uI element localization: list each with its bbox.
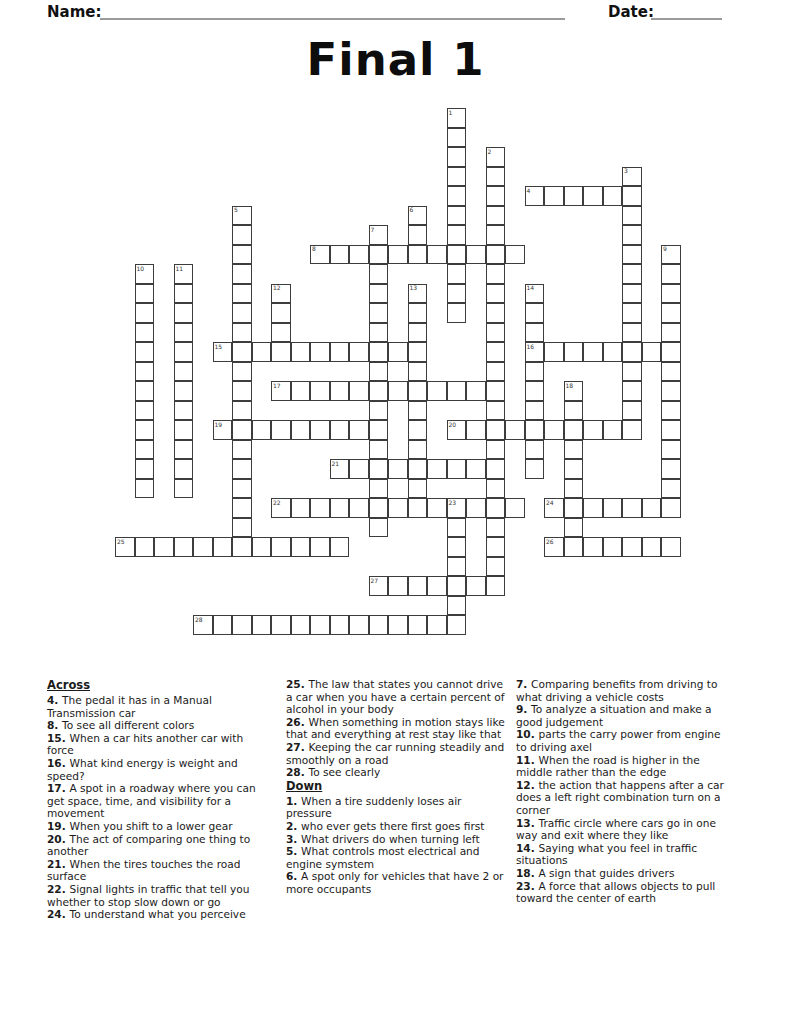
grid-cell-number: 24 — [546, 500, 554, 506]
grid-cell[interactable] — [486, 459, 506, 479]
grid-cell[interactable] — [466, 381, 486, 401]
across-header: Across — [47, 678, 267, 692]
grid-cell[interactable] — [369, 362, 389, 382]
grid-cell-number: 1 — [449, 110, 453, 116]
grid-cell[interactable] — [252, 420, 272, 440]
grid-cell[interactable] — [642, 537, 662, 557]
grid-cell[interactable] — [232, 440, 252, 460]
grid-cell[interactable] — [427, 576, 447, 596]
grid-cell[interactable] — [252, 615, 272, 635]
grid-cell[interactable] — [544, 186, 564, 206]
grid-cell[interactable] — [564, 342, 584, 362]
grid-cell[interactable] — [525, 362, 545, 382]
grid-cell[interactable] — [603, 186, 623, 206]
grid-cell[interactable] — [369, 615, 389, 635]
grid-cell[interactable] — [388, 498, 408, 518]
grid-cell[interactable] — [291, 498, 311, 518]
clue-15-across: 15. When a car hits another car with for… — [47, 732, 267, 757]
grid-cell[interactable] — [330, 537, 350, 557]
grid-cell[interactable] — [369, 518, 389, 538]
grid-cell[interactable] — [388, 342, 408, 362]
grid-cell[interactable] — [408, 303, 428, 323]
grid-cell[interactable] — [232, 323, 252, 343]
grid-cell[interactable] — [622, 186, 642, 206]
grid-cell[interactable] — [486, 225, 506, 245]
grid-cell[interactable] — [544, 420, 564, 440]
grid-cell[interactable] — [232, 615, 252, 635]
grid-cell[interactable] — [486, 518, 506, 538]
clue-24-across: 24. To understand what you perceive — [47, 908, 267, 921]
grid-cell[interactable] — [447, 225, 467, 245]
grid-cell[interactable] — [174, 303, 194, 323]
grid-cell[interactable] — [486, 303, 506, 323]
grid-cell[interactable] — [135, 479, 155, 499]
grid-cell[interactable] — [408, 420, 428, 440]
grid-cell[interactable] — [213, 615, 233, 635]
grid-cell[interactable] — [408, 479, 428, 499]
grid-cell[interactable] — [369, 440, 389, 460]
clue-number: 21. — [47, 858, 69, 870]
grid-cell[interactable] — [486, 479, 506, 499]
grid-cell[interactable] — [291, 342, 311, 362]
grid-cell[interactable] — [622, 264, 642, 284]
grid-cell-number: 18 — [566, 383, 574, 389]
grid-cell[interactable] — [622, 323, 642, 343]
grid-cell[interactable] — [408, 342, 428, 362]
grid-cell[interactable] — [271, 420, 291, 440]
grid-cell[interactable] — [408, 323, 428, 343]
grid-cell[interactable] — [330, 342, 350, 362]
clue-1-down: 1. When a tire suddenly loses air pressu… — [286, 795, 508, 820]
grid-cell[interactable] — [232, 401, 252, 421]
grid-cell-number: 4 — [527, 188, 531, 194]
grid-cell[interactable] — [486, 186, 506, 206]
grid-cell-number: 19 — [215, 422, 223, 428]
grid-cell-number: 11 — [176, 266, 184, 272]
clue-number: 11. — [516, 754, 538, 766]
grid-cell[interactable] — [213, 537, 233, 557]
grid-cell[interactable] — [232, 498, 252, 518]
grid-cell[interactable] — [369, 381, 389, 401]
grid-cell[interactable] — [369, 420, 389, 440]
grid-cell[interactable] — [564, 498, 584, 518]
grid-cell[interactable] — [427, 615, 447, 635]
clue-3-down: 3. What drivers do when turning left — [286, 833, 508, 846]
grid-cell[interactable] — [330, 420, 350, 440]
clue-number: 16. — [47, 757, 69, 769]
grid-cell[interactable] — [369, 245, 389, 265]
grid-cell[interactable] — [427, 459, 447, 479]
grid-cell[interactable] — [388, 459, 408, 479]
grid-cell[interactable] — [486, 284, 506, 304]
grid-cell[interactable] — [661, 537, 681, 557]
grid-cell[interactable] — [408, 459, 428, 479]
grid-cell[interactable] — [174, 284, 194, 304]
grid-cell[interactable] — [174, 459, 194, 479]
grid-cell[interactable] — [486, 537, 506, 557]
grid-cell-number: 14 — [527, 285, 535, 291]
clue-number: 25. — [286, 678, 308, 690]
grid-cell[interactable] — [349, 342, 369, 362]
grid-cell[interactable] — [369, 459, 389, 479]
grid-cell[interactable] — [622, 206, 642, 226]
grid-cell[interactable] — [661, 284, 681, 304]
grid-cell[interactable] — [661, 459, 681, 479]
grid-cell[interactable] — [408, 576, 428, 596]
grid-cell[interactable] — [661, 440, 681, 460]
grid-cell[interactable] — [135, 401, 155, 421]
grid-cell[interactable] — [310, 381, 330, 401]
grid-cell[interactable] — [447, 537, 467, 557]
clue-number: 27. — [286, 741, 308, 753]
grid-cell[interactable] — [505, 420, 525, 440]
grid-cell[interactable] — [642, 498, 662, 518]
grid-cell[interactable] — [174, 342, 194, 362]
clue-14-down: 14. Saying what you feel in traffic situ… — [516, 842, 734, 867]
grid-cell[interactable] — [291, 537, 311, 557]
grid-cell[interactable] — [447, 518, 467, 538]
grid-cell-number: 12 — [273, 285, 281, 291]
clue-22-across: 22. Signal lights in traffic that tell y… — [47, 883, 267, 908]
grid-cell[interactable] — [135, 440, 155, 460]
grid-cell[interactable] — [661, 264, 681, 284]
grid-cell[interactable] — [408, 245, 428, 265]
grid-cell[interactable] — [583, 342, 603, 362]
grid-cell[interactable] — [427, 381, 447, 401]
clue-11-down: 11. When the road is higher in the middl… — [516, 754, 734, 779]
grid-cell[interactable] — [466, 245, 486, 265]
grid-cell[interactable] — [622, 362, 642, 382]
clue-23-down: 23. A force that allows objects to pull … — [516, 880, 734, 905]
grid-cell[interactable] — [447, 128, 467, 148]
grid-cell[interactable] — [447, 186, 467, 206]
grid-cell[interactable] — [330, 245, 350, 265]
grid-cell[interactable] — [466, 420, 486, 440]
grid-cell[interactable] — [622, 225, 642, 245]
grid-cell[interactable] — [174, 440, 194, 460]
grid-cell[interactable] — [564, 420, 584, 440]
grid-cell[interactable] — [622, 537, 642, 557]
grid-cell-number: 5 — [234, 207, 238, 213]
grid-cell[interactable] — [661, 362, 681, 382]
grid-cell[interactable] — [525, 303, 545, 323]
grid-cell[interactable] — [349, 381, 369, 401]
grid-cell[interactable] — [525, 420, 545, 440]
grid-cell[interactable] — [330, 498, 350, 518]
grid-cell[interactable] — [349, 245, 369, 265]
grid-cell[interactable] — [135, 323, 155, 343]
clue-28-across: 28. To see clearly — [286, 766, 508, 779]
grid-cell-number: 26 — [546, 539, 554, 545]
grid-cell[interactable] — [232, 518, 252, 538]
grid-cell[interactable] — [486, 362, 506, 382]
grid-cell[interactable] — [135, 284, 155, 304]
grid-cell[interactable] — [310, 420, 330, 440]
grid-cell[interactable] — [622, 303, 642, 323]
grid-cell[interactable] — [232, 342, 252, 362]
grid-cell[interactable] — [369, 323, 389, 343]
grid-cell[interactable] — [525, 381, 545, 401]
grid-cell[interactable] — [408, 401, 428, 421]
grid-cell[interactable] — [174, 401, 194, 421]
clue-number: 6. — [286, 870, 301, 882]
grid-cell[interactable] — [408, 440, 428, 460]
grid-cell[interactable] — [291, 420, 311, 440]
grid-cell[interactable] — [447, 303, 467, 323]
grid-cell[interactable] — [525, 440, 545, 460]
grid-cell[interactable] — [661, 303, 681, 323]
grid-cell[interactable] — [154, 537, 174, 557]
clue-19-across: 19. When you shift to a lower gear — [47, 820, 267, 833]
grid-cell[interactable] — [583, 186, 603, 206]
grid-cell[interactable] — [232, 420, 252, 440]
grid-cell-number: 3 — [624, 168, 628, 174]
grid-cell[interactable] — [447, 147, 467, 167]
grid-cell-number: 25 — [117, 539, 125, 545]
grid-cell[interactable] — [661, 420, 681, 440]
grid-cell[interactable] — [486, 264, 506, 284]
grid-cell[interactable] — [135, 303, 155, 323]
grid-cell[interactable] — [486, 401, 506, 421]
down-header: Down — [286, 779, 508, 793]
grid-cell[interactable] — [622, 420, 642, 440]
grid-cell[interactable] — [447, 284, 467, 304]
grid-cell-number: 2 — [488, 149, 492, 155]
grid-cell[interactable] — [622, 498, 642, 518]
grid-cell[interactable] — [369, 479, 389, 499]
grid-cell[interactable] — [544, 342, 564, 362]
grid-cell[interactable] — [447, 264, 467, 284]
grid-cell[interactable] — [388, 576, 408, 596]
grid-cell[interactable] — [622, 342, 642, 362]
grid-cell[interactable] — [447, 206, 467, 226]
clue-number: 7. — [516, 678, 531, 690]
grid-cell[interactable] — [330, 615, 350, 635]
grid-cell[interactable] — [427, 245, 447, 265]
grid-cell[interactable] — [564, 186, 584, 206]
grid-cell[interactable] — [486, 245, 506, 265]
grid-cell[interactable] — [369, 303, 389, 323]
clue-number: 14. — [516, 842, 538, 854]
grid-cell[interactable] — [447, 615, 467, 635]
grid-cell[interactable] — [622, 245, 642, 265]
clue-16-across: 16. What kind energy is weight and speed… — [47, 757, 267, 782]
grid-cell[interactable] — [388, 381, 408, 401]
grid-cell[interactable] — [349, 459, 369, 479]
grid-cell[interactable] — [252, 537, 272, 557]
grid-cell[interactable] — [330, 381, 350, 401]
grid-cell[interactable] — [466, 459, 486, 479]
grid-cell[interactable] — [232, 225, 252, 245]
grid-cell[interactable] — [661, 401, 681, 421]
grid-cell[interactable] — [583, 498, 603, 518]
grid-cell[interactable] — [271, 342, 291, 362]
grid-cell[interactable] — [135, 362, 155, 382]
grid-cell[interactable] — [661, 479, 681, 499]
grid-cell[interactable] — [486, 167, 506, 187]
grid-cell-number: 7 — [371, 227, 375, 233]
grid-cell[interactable] — [388, 245, 408, 265]
grid-cell[interactable] — [486, 440, 506, 460]
grid-cell[interactable] — [525, 401, 545, 421]
grid-cell[interactable] — [408, 615, 428, 635]
clue-number: 26. — [286, 716, 308, 728]
grid-cell[interactable] — [466, 498, 486, 518]
grid-cell[interactable] — [486, 381, 506, 401]
grid-cell[interactable] — [232, 245, 252, 265]
grid-cell[interactable] — [369, 498, 389, 518]
grid-cell[interactable] — [271, 537, 291, 557]
name-line[interactable] — [100, 2, 565, 20]
grid-cell[interactable] — [447, 557, 467, 577]
grid-cell[interactable] — [583, 420, 603, 440]
grid-cell[interactable] — [369, 264, 389, 284]
grid-cell[interactable] — [564, 537, 584, 557]
clue-number: 22. — [47, 883, 69, 895]
clue-number: 12. — [516, 779, 538, 791]
grid-cell-number: 15 — [215, 344, 223, 350]
grid-cell[interactable] — [408, 362, 428, 382]
grid-cell-number: 8 — [312, 246, 316, 252]
grid-cell[interactable] — [525, 323, 545, 343]
clue-number: 1. — [286, 795, 301, 807]
grid-cell[interactable] — [271, 303, 291, 323]
grid-cell[interactable] — [505, 498, 525, 518]
clue-number: 20. — [47, 833, 69, 845]
grid-cell[interactable] — [622, 401, 642, 421]
grid-cell[interactable] — [135, 537, 155, 557]
grid-cell[interactable] — [661, 323, 681, 343]
grid-cell[interactable] — [486, 420, 506, 440]
grid-cell[interactable] — [174, 362, 194, 382]
grid-cell[interactable] — [135, 459, 155, 479]
grid-cell[interactable] — [408, 381, 428, 401]
grid-cell[interactable] — [564, 518, 584, 538]
grid-cell[interactable] — [193, 537, 213, 557]
grid-cell[interactable] — [447, 245, 467, 265]
grid-cell[interactable] — [466, 576, 486, 596]
grid-cell[interactable] — [486, 557, 506, 577]
grid-cell[interactable] — [447, 576, 467, 596]
grid-cell[interactable] — [661, 342, 681, 362]
grid-cell[interactable] — [135, 381, 155, 401]
clue-13-down: 13. Traffic circle where cars go in one … — [516, 817, 734, 842]
grid-cell[interactable] — [135, 342, 155, 362]
grid-cell[interactable] — [447, 381, 467, 401]
grid-cell[interactable] — [642, 342, 662, 362]
grid-cell[interactable] — [486, 342, 506, 362]
grid-cell[interactable] — [174, 537, 194, 557]
grid-cell[interactable] — [232, 537, 252, 557]
clue-4-across: 4. The pedal it has in a Manual Transmis… — [47, 694, 267, 719]
grid-cell[interactable] — [174, 381, 194, 401]
grid-cell[interactable] — [232, 479, 252, 499]
grid-cell[interactable] — [564, 440, 584, 460]
grid-cell-number: 13 — [410, 285, 418, 291]
grid-cell[interactable] — [661, 498, 681, 518]
grid-cell[interactable] — [486, 498, 506, 518]
grid-cell[interactable] — [349, 498, 369, 518]
clue-9-down: 9. To analyze a situation and make a goo… — [516, 703, 734, 728]
grid-cell-number: 22 — [273, 500, 281, 506]
grid-cell[interactable] — [232, 284, 252, 304]
grid-cell[interactable] — [232, 362, 252, 382]
clue-number: 5. — [286, 845, 301, 857]
grid-cell[interactable] — [232, 303, 252, 323]
grid-cell[interactable] — [349, 615, 369, 635]
clue-column-1: Across4. The pedal it has in a Manual Tr… — [47, 678, 267, 921]
grid-cell[interactable] — [174, 479, 194, 499]
grid-cell[interactable] — [603, 342, 623, 362]
grid-cell[interactable] — [505, 245, 525, 265]
grid-cell[interactable] — [583, 537, 603, 557]
clue-7-down: 7. Comparing benefits from driving to wh… — [516, 678, 734, 703]
clue-number: 3. — [286, 833, 301, 845]
grid-cell-number: 10 — [137, 266, 145, 272]
grid-cell[interactable] — [622, 284, 642, 304]
page-title: Final 1 — [0, 33, 791, 86]
grid-cell[interactable] — [388, 615, 408, 635]
grid-cell[interactable] — [271, 323, 291, 343]
grid-cell[interactable] — [369, 342, 389, 362]
grid-cell[interactable] — [447, 167, 467, 187]
grid-cell[interactable] — [369, 401, 389, 421]
grid-cell[interactable] — [622, 381, 642, 401]
clue-column-2: 25. The law that states you cannot drive… — [286, 678, 508, 896]
grid-cell[interactable] — [310, 342, 330, 362]
grid-cell[interactable] — [369, 284, 389, 304]
grid-cell[interactable] — [564, 401, 584, 421]
grid-cell[interactable] — [310, 498, 330, 518]
grid-cell-number: 6 — [410, 207, 414, 213]
clue-number: 17. — [47, 782, 69, 794]
clue-20-across: 20. The act of comparing one thing to an… — [47, 833, 267, 858]
clue-8-across: 8. To see all different colors — [47, 719, 267, 732]
grid-cell[interactable] — [291, 615, 311, 635]
date-label: Date: — [608, 3, 654, 21]
grid-cell[interactable] — [408, 225, 428, 245]
grid-cell[interactable] — [603, 498, 623, 518]
date-line[interactable] — [651, 2, 722, 20]
grid-cell[interactable] — [427, 498, 447, 518]
grid-cell[interactable] — [603, 420, 623, 440]
grid-cell[interactable] — [252, 342, 272, 362]
grid-cell[interactable] — [525, 459, 545, 479]
grid-cell[interactable] — [486, 323, 506, 343]
grid-cell[interactable] — [447, 596, 467, 616]
grid-cell[interactable] — [232, 381, 252, 401]
grid-cell[interactable] — [310, 615, 330, 635]
grid-cell[interactable] — [486, 576, 506, 596]
grid-cell[interactable] — [564, 459, 584, 479]
grid-cell[interactable] — [486, 206, 506, 226]
grid-cell[interactable] — [310, 537, 330, 557]
grid-cell[interactable] — [349, 420, 369, 440]
grid-cell[interactable] — [661, 381, 681, 401]
grid-cell[interactable] — [135, 420, 155, 440]
grid-cell[interactable] — [564, 479, 584, 499]
grid-cell[interactable] — [603, 537, 623, 557]
grid-cell[interactable] — [174, 323, 194, 343]
grid-cell[interactable] — [291, 381, 311, 401]
grid-cell[interactable] — [447, 459, 467, 479]
grid-cell[interactable] — [271, 615, 291, 635]
grid-cell[interactable] — [232, 264, 252, 284]
grid-cell[interactable] — [174, 420, 194, 440]
grid-cell[interactable] — [408, 498, 428, 518]
grid-cell-number: 16 — [527, 344, 535, 350]
grid-cell[interactable] — [232, 459, 252, 479]
